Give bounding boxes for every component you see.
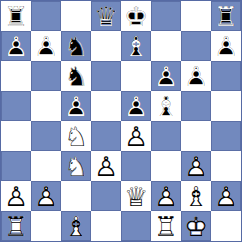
piece-glyph-outline: ♙	[151, 61, 181, 91]
piece-glyph-outline: ♙	[181, 61, 211, 91]
piece-glyph-outline: ♖	[151, 211, 181, 241]
piece-glyph-outline: ♙	[91, 151, 121, 181]
piece-wB-c1[interactable]: ♝♗	[61, 211, 91, 241]
square-b7[interactable]: ♟♙	[31, 31, 61, 61]
square-e2[interactable]: ♛♕	[121, 181, 151, 211]
piece-bP-f6[interactable]: ♟♙	[151, 61, 181, 91]
square-g7[interactable]	[181, 31, 211, 61]
piece-bP-b7[interactable]: ♟♙	[31, 31, 61, 61]
piece-glyph-outline: ♙	[211, 181, 241, 211]
square-f5[interactable]: ♝♗	[151, 91, 181, 121]
piece-wP-f2[interactable]: ♟♙	[151, 181, 181, 211]
piece-bB-f5[interactable]: ♝♗	[151, 91, 181, 121]
square-g4[interactable]	[181, 121, 211, 151]
square-b8[interactable]	[31, 1, 61, 31]
piece-glyph-outline: ♗	[61, 211, 91, 241]
piece-glyph-outline: ♗	[151, 91, 181, 121]
square-f7[interactable]	[151, 31, 181, 61]
square-a7[interactable]: ♟♙	[1, 31, 31, 61]
square-e5[interactable]: ♟♙	[121, 91, 151, 121]
piece-glyph-outline: ♗	[121, 31, 151, 61]
square-d7[interactable]	[91, 31, 121, 61]
square-e3[interactable]	[121, 151, 151, 181]
square-d6[interactable]	[91, 61, 121, 91]
square-d5[interactable]	[91, 91, 121, 121]
piece-glyph-outline: ♘	[61, 31, 91, 61]
piece-bK-e8[interactable]: ♚♔	[121, 1, 151, 31]
square-b3[interactable]	[31, 151, 61, 181]
square-c8[interactable]	[61, 1, 91, 31]
square-a1[interactable]: ♜♖	[1, 211, 31, 241]
square-c6[interactable]: ♞♘	[61, 61, 91, 91]
square-a6[interactable]	[1, 61, 31, 91]
piece-wR-f1[interactable]: ♜♖	[151, 211, 181, 241]
piece-glyph-outline: ♔	[181, 211, 211, 241]
piece-bR-a8[interactable]: ♜♖	[1, 1, 31, 31]
piece-wP-b2[interactable]: ♟♙	[31, 181, 61, 211]
piece-wR-a1[interactable]: ♜♖	[1, 211, 31, 241]
square-e7[interactable]: ♝♗	[121, 31, 151, 61]
piece-glyph-outline: ♕	[121, 181, 151, 211]
piece-wK-g1[interactable]: ♚♔	[181, 211, 211, 241]
square-h3[interactable]	[211, 151, 241, 181]
square-f4[interactable]	[151, 121, 181, 151]
piece-wP-d3[interactable]: ♟♙	[91, 151, 121, 181]
square-e6[interactable]	[121, 61, 151, 91]
piece-wP-g3[interactable]: ♟♙	[181, 151, 211, 181]
square-h4[interactable]	[211, 121, 241, 151]
piece-glyph-outline: ♗	[181, 181, 211, 211]
square-d3[interactable]: ♟♙	[91, 151, 121, 181]
square-b4[interactable]	[31, 121, 61, 151]
piece-wP-a2[interactable]: ♟♙	[1, 181, 31, 211]
square-a4[interactable]	[1, 121, 31, 151]
square-c5[interactable]: ♟♙	[61, 91, 91, 121]
piece-bP-a7[interactable]: ♟♙	[1, 31, 31, 61]
square-h2[interactable]: ♟♙	[211, 181, 241, 211]
square-g3[interactable]: ♟♙	[181, 151, 211, 181]
piece-wP-h2[interactable]: ♟♙	[211, 181, 241, 211]
piece-bR-h8[interactable]: ♜♖	[211, 1, 241, 31]
square-c3[interactable]: ♞♘	[61, 151, 91, 181]
square-d2[interactable]	[91, 181, 121, 211]
square-b6[interactable]	[31, 61, 61, 91]
square-g8[interactable]	[181, 1, 211, 31]
square-c1[interactable]: ♝♗	[61, 211, 91, 241]
square-b1[interactable]	[31, 211, 61, 241]
square-e1[interactable]	[121, 211, 151, 241]
square-c4[interactable]: ♞♘	[61, 121, 91, 151]
square-e4[interactable]: ♟♙	[121, 121, 151, 151]
chess-board: ♜♖♛♕♚♔♜♖♟♙♟♙♞♘♝♗♟♙♞♘♟♙♟♙♟♙♟♙♝♗♞♘♟♙♞♘♟♙♟♙…	[0, 0, 242, 242]
piece-glyph-outline: ♕	[91, 1, 121, 31]
piece-wP-e4[interactable]: ♟♙	[121, 121, 151, 151]
square-d1[interactable]	[91, 211, 121, 241]
square-f2[interactable]: ♟♙	[151, 181, 181, 211]
square-e8[interactable]: ♚♔	[121, 1, 151, 31]
piece-glyph-outline: ♖	[1, 211, 31, 241]
square-d4[interactable]	[91, 121, 121, 151]
piece-glyph-outline: ♙	[31, 181, 61, 211]
square-g2[interactable]: ♝♗	[181, 181, 211, 211]
square-g1[interactable]: ♚♔	[181, 211, 211, 241]
square-b5[interactable]	[31, 91, 61, 121]
square-g6[interactable]: ♟♙	[181, 61, 211, 91]
piece-wN-c4[interactable]: ♞♘	[61, 121, 91, 151]
square-h1[interactable]	[211, 211, 241, 241]
square-f8[interactable]	[151, 1, 181, 31]
square-c7[interactable]: ♞♘	[61, 31, 91, 61]
piece-glyph-outline: ♙	[1, 181, 31, 211]
square-a5[interactable]	[1, 91, 31, 121]
square-h6[interactable]	[211, 61, 241, 91]
piece-bP-e5[interactable]: ♟♙	[121, 91, 151, 121]
piece-wQ-e2[interactable]: ♛♕	[121, 181, 151, 211]
piece-glyph-outline: ♔	[121, 1, 151, 31]
piece-glyph-outline: ♘	[61, 121, 91, 151]
square-c2[interactable]	[61, 181, 91, 211]
square-h5[interactable]	[211, 91, 241, 121]
piece-bP-g6[interactable]: ♟♙	[181, 61, 211, 91]
piece-glyph-outline: ♙	[181, 151, 211, 181]
piece-glyph-outline: ♙	[121, 91, 151, 121]
piece-wN-c3[interactable]: ♞♘	[61, 151, 91, 181]
square-g5[interactable]	[181, 91, 211, 121]
piece-bP-h7[interactable]: ♟♙	[211, 31, 241, 61]
piece-glyph-outline: ♙	[151, 181, 181, 211]
piece-glyph-outline: ♖	[211, 1, 241, 31]
square-h7[interactable]: ♟♙	[211, 31, 241, 61]
piece-glyph-outline: ♙	[61, 91, 91, 121]
piece-glyph-outline: ♘	[61, 151, 91, 181]
square-a8[interactable]: ♜♖	[1, 1, 31, 31]
piece-bN-c6[interactable]: ♞♘	[61, 61, 91, 91]
square-f1[interactable]: ♜♖	[151, 211, 181, 241]
square-h8[interactable]: ♜♖	[211, 1, 241, 31]
square-f6[interactable]: ♟♙	[151, 61, 181, 91]
square-f3[interactable]	[151, 151, 181, 181]
piece-glyph-outline: ♙	[211, 31, 241, 61]
piece-glyph-outline: ♙	[121, 121, 151, 151]
piece-glyph-outline: ♙	[31, 31, 61, 61]
piece-glyph-outline: ♘	[61, 61, 91, 91]
piece-bP-c5[interactable]: ♟♙	[61, 91, 91, 121]
square-d8[interactable]: ♛♕	[91, 1, 121, 31]
square-a3[interactable]	[1, 151, 31, 181]
square-a2[interactable]: ♟♙	[1, 181, 31, 211]
piece-bB-e7[interactable]: ♝♗	[121, 31, 151, 61]
piece-wB-g2[interactable]: ♝♗	[181, 181, 211, 211]
square-b2[interactable]: ♟♙	[31, 181, 61, 211]
piece-glyph-outline: ♖	[1, 1, 31, 31]
piece-glyph-outline: ♙	[1, 31, 31, 61]
piece-bN-c7[interactable]: ♞♘	[61, 31, 91, 61]
piece-bQ-d8[interactable]: ♛♕	[91, 1, 121, 31]
